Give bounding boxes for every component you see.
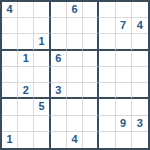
cell-r7c2[interactable]: [18, 99, 34, 115]
sudoku-board: 46741162359314: [0, 0, 150, 150]
cell-r1c1[interactable]: 4: [2, 2, 18, 18]
cell-r5c8[interactable]: [116, 67, 132, 83]
cell-r6c2[interactable]: 2: [18, 83, 34, 99]
cell-r3c6[interactable]: [83, 34, 99, 50]
cell-r8c7[interactable]: [99, 116, 115, 132]
cell-r1c7[interactable]: [99, 2, 115, 18]
cell-r4c9[interactable]: [132, 51, 148, 67]
cell-r1c6[interactable]: [83, 2, 99, 18]
cell-r2c1[interactable]: [2, 18, 18, 34]
cell-r8c1[interactable]: [2, 116, 18, 132]
cell-r3c9[interactable]: [132, 34, 148, 50]
cell-r7c3[interactable]: 5: [34, 99, 50, 115]
cell-r6c3[interactable]: [34, 83, 50, 99]
cell-r5c6[interactable]: [83, 67, 99, 83]
cell-r5c2[interactable]: [18, 67, 34, 83]
cell-r4c8[interactable]: [116, 51, 132, 67]
cell-r6c4[interactable]: 3: [51, 83, 67, 99]
cell-r1c4[interactable]: [51, 2, 67, 18]
cell-r2c6[interactable]: [83, 18, 99, 34]
cell-r9c4[interactable]: [51, 132, 67, 148]
cell-r3c8[interactable]: [116, 34, 132, 50]
cell-r1c2[interactable]: [18, 2, 34, 18]
cell-r6c5[interactable]: [67, 83, 83, 99]
cell-r5c3[interactable]: [34, 67, 50, 83]
cell-r2c2[interactable]: [18, 18, 34, 34]
cell-r6c6[interactable]: [83, 83, 99, 99]
cell-r4c4[interactable]: 6: [51, 51, 67, 67]
cell-r8c8[interactable]: 9: [116, 116, 132, 132]
cell-r2c9[interactable]: 4: [132, 18, 148, 34]
cell-r5c4[interactable]: [51, 67, 67, 83]
cell-r9c7[interactable]: [99, 132, 115, 148]
cell-r6c9[interactable]: [132, 83, 148, 99]
cell-r2c4[interactable]: [51, 18, 67, 34]
cell-r8c6[interactable]: [83, 116, 99, 132]
cell-r3c7[interactable]: [99, 34, 115, 50]
cell-r5c1[interactable]: [2, 67, 18, 83]
cell-r4c1[interactable]: [2, 51, 18, 67]
cell-r1c3[interactable]: [34, 2, 50, 18]
cell-r1c9[interactable]: [132, 2, 148, 18]
cell-r7c4[interactable]: [51, 99, 67, 115]
cell-r2c8[interactable]: 7: [116, 18, 132, 34]
cell-r5c5[interactable]: [67, 67, 83, 83]
cell-r7c1[interactable]: [2, 99, 18, 115]
cell-r4c2[interactable]: 1: [18, 51, 34, 67]
cell-r4c5[interactable]: [67, 51, 83, 67]
cell-r7c7[interactable]: [99, 99, 115, 115]
cell-r3c4[interactable]: [51, 34, 67, 50]
cell-r9c8[interactable]: [116, 132, 132, 148]
cell-r1c8[interactable]: [116, 2, 132, 18]
cell-r9c9[interactable]: [132, 132, 148, 148]
cell-r4c3[interactable]: [34, 51, 50, 67]
cell-r3c3[interactable]: 1: [34, 34, 50, 50]
cell-r6c8[interactable]: [116, 83, 132, 99]
cell-r4c6[interactable]: [83, 51, 99, 67]
cell-r9c6[interactable]: [83, 132, 99, 148]
cell-r7c9[interactable]: [132, 99, 148, 115]
cell-r8c4[interactable]: [51, 116, 67, 132]
cell-r9c5[interactable]: 4: [67, 132, 83, 148]
cell-r9c2[interactable]: [18, 132, 34, 148]
cell-r3c1[interactable]: [2, 34, 18, 50]
cell-r3c5[interactable]: [67, 34, 83, 50]
cell-r8c3[interactable]: [34, 116, 50, 132]
cell-r7c8[interactable]: [116, 99, 132, 115]
cell-r7c5[interactable]: [67, 99, 83, 115]
cell-r5c9[interactable]: [132, 67, 148, 83]
cell-r8c5[interactable]: [67, 116, 83, 132]
cell-r5c7[interactable]: [99, 67, 115, 83]
cell-r9c3[interactable]: [34, 132, 50, 148]
cell-r2c7[interactable]: [99, 18, 115, 34]
cell-r4c7[interactable]: [99, 51, 115, 67]
cell-r2c5[interactable]: [67, 18, 83, 34]
cell-r1c5[interactable]: 6: [67, 2, 83, 18]
cell-r6c7[interactable]: [99, 83, 115, 99]
cell-r8c9[interactable]: 3: [132, 116, 148, 132]
cell-r7c6[interactable]: [83, 99, 99, 115]
cell-r8c2[interactable]: [18, 116, 34, 132]
cell-r2c3[interactable]: [34, 18, 50, 34]
cell-r3c2[interactable]: [18, 34, 34, 50]
cell-r9c1[interactable]: 1: [2, 132, 18, 148]
cell-r6c1[interactable]: [2, 83, 18, 99]
